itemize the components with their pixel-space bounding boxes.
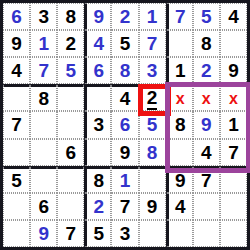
sudoku-cell[interactable]: 2: [111, 3, 138, 30]
digit: 4: [228, 7, 239, 26]
digit: 8: [94, 171, 105, 190]
digit: 6: [65, 143, 76, 162]
digit: 9: [175, 171, 186, 190]
sudoku-cell[interactable]: 1: [111, 166, 138, 193]
digit: 7: [147, 34, 158, 53]
sudoku-cell[interactable]: 3: [111, 220, 138, 247]
digit: 7: [120, 197, 131, 216]
digit: 5: [120, 34, 131, 53]
digit: 6: [120, 115, 131, 134]
sudoku-cell[interactable]: [57, 84, 84, 111]
digit: 3: [94, 115, 105, 134]
sudoku-cell[interactable]: [84, 139, 111, 166]
digit: 6: [94, 61, 105, 80]
sudoku-cell[interactable]: 6: [84, 57, 111, 84]
sudoku-board: 6389217549124578475683129842xxx736589169…: [0, 0, 250, 250]
sudoku-cell[interactable]: 5: [57, 57, 84, 84]
sudoku-cell[interactable]: 8: [84, 166, 111, 193]
sudoku-cell[interactable]: [139, 166, 166, 193]
sudoku-cell[interactable]: 8: [111, 57, 138, 84]
digit: 8: [120, 61, 131, 80]
sudoku-cell[interactable]: [30, 111, 57, 138]
sudoku-cell[interactable]: 8: [166, 111, 193, 138]
sudoku-cell[interactable]: 7: [3, 111, 30, 138]
digit: 4: [120, 89, 131, 108]
sudoku-cell[interactable]: 6: [57, 139, 84, 166]
sudoku-cell[interactable]: 2: [193, 57, 220, 84]
digit: 2: [201, 61, 212, 80]
sudoku-cell[interactable]: 1: [139, 3, 166, 30]
digit: 6: [38, 197, 49, 216]
digit: 9: [147, 197, 158, 216]
digit: 5: [65, 61, 76, 80]
digit: 5: [147, 115, 158, 134]
sudoku-cell[interactable]: [3, 139, 30, 166]
sudoku-cell[interactable]: 2: [84, 193, 111, 220]
sudoku-cell[interactable]: [3, 220, 30, 247]
digit: 8: [147, 143, 158, 162]
sudoku-cell[interactable]: 9: [193, 111, 220, 138]
sudoku-cell[interactable]: 4: [166, 193, 193, 220]
x-mark: x: [176, 91, 185, 107]
digit: 7: [11, 115, 22, 134]
sudoku-cell[interactable]: 4: [111, 84, 138, 111]
sudoku-cell[interactable]: 3: [139, 57, 166, 84]
sudoku-cell[interactable]: 9: [111, 139, 138, 166]
sudoku-cell[interactable]: 1: [220, 111, 247, 138]
digit: 1: [147, 7, 158, 26]
digit: 8: [65, 7, 76, 26]
sudoku-cell[interactable]: 6: [3, 3, 30, 30]
sudoku-cell[interactable]: 5: [111, 30, 138, 57]
sudoku-cell[interactable]: 8: [30, 84, 57, 111]
sudoku-cell[interactable]: 4: [3, 57, 30, 84]
sudoku-cell[interactable]: 9: [3, 30, 30, 57]
sudoku-cell[interactable]: 5: [3, 166, 30, 193]
digit: 7: [201, 171, 212, 190]
sudoku-cell[interactable]: 8: [139, 139, 166, 166]
sudoku-cell[interactable]: [3, 193, 30, 220]
digit: 5: [11, 171, 22, 190]
digit: 9: [38, 224, 49, 243]
sudoku-cell[interactable]: 4: [193, 139, 220, 166]
digit: 4: [11, 61, 22, 80]
digit: 2: [94, 197, 105, 216]
sudoku-cell[interactable]: 6: [30, 193, 57, 220]
digit: 4: [201, 143, 212, 162]
sudoku-cell[interactable]: 9: [166, 166, 193, 193]
digit: 5: [94, 224, 105, 243]
sudoku-cell[interactable]: [30, 166, 57, 193]
sudoku-cell[interactable]: [166, 139, 193, 166]
sudoku-cell[interactable]: 9: [30, 220, 57, 247]
sudoku-cell[interactable]: 9: [220, 57, 247, 84]
digit: 3: [38, 7, 49, 26]
sudoku-cell[interactable]: [139, 220, 166, 247]
digit: 1: [120, 171, 131, 190]
sudoku-cell[interactable]: 9: [139, 193, 166, 220]
sudoku-cell[interactable]: [220, 193, 247, 220]
digit: 5: [201, 7, 212, 26]
digit: 9: [94, 7, 105, 26]
sudoku-cell[interactable]: 3: [30, 3, 57, 30]
digit: 4: [175, 197, 186, 216]
sudoku-cell[interactable]: [220, 30, 247, 57]
sudoku-cell[interactable]: [30, 139, 57, 166]
sudoku-cell[interactable]: [57, 166, 84, 193]
digit: 6: [11, 7, 22, 26]
sudoku-cell[interactable]: [84, 84, 111, 111]
sudoku-cell[interactable]: [57, 193, 84, 220]
sudoku-cell[interactable]: x: [166, 84, 193, 111]
x-mark: x: [202, 91, 211, 107]
sudoku-cell[interactable]: 5: [193, 3, 220, 30]
digit: 3: [120, 224, 131, 243]
sudoku-cell[interactable]: 9: [84, 3, 111, 30]
selected-digit: 2: [147, 88, 158, 110]
digit: 2: [120, 7, 131, 26]
sudoku-cell[interactable]: [3, 84, 30, 111]
sudoku-cell[interactable]: 8: [193, 30, 220, 57]
digit: 9: [228, 61, 239, 80]
sudoku-cell[interactable]: 7: [111, 193, 138, 220]
sudoku-cell[interactable]: 3: [84, 111, 111, 138]
sudoku-cell[interactable]: 7: [166, 3, 193, 30]
sudoku-cell[interactable]: 7: [220, 139, 247, 166]
digit: 7: [65, 224, 76, 243]
sudoku-cell[interactable]: 5: [84, 220, 111, 247]
digit: 1: [175, 61, 186, 80]
digit: 7: [228, 143, 239, 162]
digit: 8: [201, 34, 212, 53]
sudoku-cell[interactable]: [220, 166, 247, 193]
digit: 1: [228, 115, 239, 134]
sudoku-cell[interactable]: x: [220, 84, 247, 111]
sudoku-cell[interactable]: 6: [111, 111, 138, 138]
digit: 7: [175, 7, 186, 26]
sudoku-cell[interactable]: 7: [57, 220, 84, 247]
sudoku-cell[interactable]: [220, 220, 247, 247]
sudoku-cell[interactable]: 1: [30, 30, 57, 57]
sudoku-cell[interactable]: 7: [139, 30, 166, 57]
digit: 8: [38, 89, 49, 108]
sudoku-cell[interactable]: [193, 220, 220, 247]
digit: 1: [38, 34, 49, 53]
digit: 4: [94, 34, 105, 53]
digit: 2: [65, 34, 76, 53]
digit: 7: [38, 61, 49, 80]
sudoku-cell[interactable]: [193, 193, 220, 220]
digit: 9: [120, 143, 131, 162]
sudoku-cell[interactable]: 8: [57, 3, 84, 30]
digit: 9: [201, 115, 212, 134]
sudoku-cell[interactable]: 7: [30, 57, 57, 84]
sudoku-cell[interactable]: 2: [57, 30, 84, 57]
digit: 3: [147, 61, 158, 80]
sudoku-cell[interactable]: 4: [84, 30, 111, 57]
sudoku-cell[interactable]: 5: [139, 111, 166, 138]
sudoku-cell[interactable]: [166, 220, 193, 247]
digit: 8: [175, 115, 186, 134]
digit: 9: [11, 34, 22, 53]
sudoku-cell[interactable]: x: [193, 84, 220, 111]
sudoku-cell[interactable]: 7: [193, 166, 220, 193]
sudoku-cell[interactable]: 2: [139, 84, 166, 111]
sudoku-cell[interactable]: [57, 111, 84, 138]
sudoku-cell[interactable]: 1: [166, 57, 193, 84]
sudoku-cell[interactable]: 4: [220, 3, 247, 30]
x-mark: x: [229, 91, 238, 107]
sudoku-cell[interactable]: [166, 30, 193, 57]
